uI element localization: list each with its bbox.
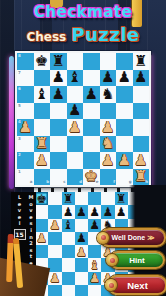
square-g8[interactable] bbox=[116, 53, 133, 70]
square-c4[interactable] bbox=[50, 119, 67, 136]
square-d3[interactable] bbox=[67, 136, 84, 153]
preview-square-5-1[interactable] bbox=[48, 258, 61, 271]
subtitle-word-chess: Chess bbox=[26, 30, 66, 44]
subtitle-word-puzzle: Puzzle bbox=[71, 24, 139, 45]
square-a2[interactable]: 2 bbox=[17, 152, 34, 169]
preview-square-4-4[interactable] bbox=[88, 245, 101, 258]
black-pawn[interactable]: ♟ bbox=[68, 103, 81, 118]
square-b3[interactable]: ♜ bbox=[34, 136, 51, 153]
white-pawn[interactable]: ♟ bbox=[49, 272, 60, 284]
white-pawn[interactable]: ♟ bbox=[101, 120, 114, 135]
black-pawn[interactable]: ♟ bbox=[89, 206, 100, 218]
black-rook[interactable]: ♜ bbox=[134, 54, 147, 69]
file-label: h bbox=[145, 180, 148, 184]
preview-square-0-2[interactable]: ♜ bbox=[62, 192, 75, 205]
square-e6[interactable]: ♟ bbox=[83, 86, 100, 103]
square-b7[interactable] bbox=[34, 70, 51, 87]
preview-square-7-4[interactable] bbox=[88, 285, 101, 296]
square-h3[interactable] bbox=[133, 136, 150, 153]
vertical-letter: s bbox=[30, 220, 33, 227]
white-bishop[interactable]: ♝ bbox=[89, 259, 100, 271]
black-knight[interactable]: ♞ bbox=[101, 87, 114, 102]
square-f8[interactable] bbox=[100, 53, 117, 70]
black-king[interactable]: ♚ bbox=[36, 193, 47, 205]
square-d1[interactable]: d bbox=[67, 169, 84, 186]
black-pawn[interactable]: ♟ bbox=[134, 70, 147, 85]
square-c2[interactable] bbox=[50, 152, 67, 169]
white-pawn[interactable]: ♟ bbox=[118, 153, 131, 168]
preview-square-1-4[interactable]: ♟ bbox=[88, 205, 101, 218]
file-label: e bbox=[96, 180, 99, 184]
square-h7[interactable]: ♟ bbox=[133, 70, 150, 87]
square-d5[interactable]: ♟ bbox=[67, 103, 84, 120]
white-pawn[interactable]: ♟ bbox=[35, 153, 48, 168]
preview-square-6-1[interactable]: ♟ bbox=[48, 272, 61, 285]
square-b2[interactable]: ♟ bbox=[34, 152, 51, 169]
preview-square-2-0[interactable] bbox=[35, 219, 48, 232]
header: Checkmate Chess Puzzle bbox=[0, 3, 166, 45]
main-board-frame: 8♚♜♜7♟♝♟♟♟6♝♟♟♞5♟4♟♟♟3♜♞2♟♟♟♟1abcde♚fgh♜ bbox=[15, 51, 151, 187]
square-h1[interactable]: h♜ bbox=[133, 169, 150, 186]
white-pawn[interactable]: ♟ bbox=[76, 246, 87, 258]
preview-square-0-3[interactable] bbox=[75, 192, 88, 205]
preview-square-2-3[interactable] bbox=[75, 219, 88, 232]
vertical-letter: t bbox=[30, 253, 32, 260]
black-bishop[interactable]: ♝ bbox=[63, 219, 74, 231]
square-a7[interactable]: 7 bbox=[17, 70, 34, 87]
file-label: c bbox=[63, 180, 65, 184]
vertical-letter: v bbox=[29, 207, 32, 214]
square-h4[interactable] bbox=[133, 119, 150, 136]
preview-square-2-1[interactable]: ♟ bbox=[48, 219, 61, 232]
square-a1[interactable]: 1a bbox=[17, 169, 34, 186]
black-pawn[interactable]: ♟ bbox=[85, 87, 98, 102]
square-e5[interactable] bbox=[83, 103, 100, 120]
white-pawn[interactable]: ♟ bbox=[101, 153, 114, 168]
square-g5[interactable] bbox=[116, 103, 133, 120]
preview-square-7-3[interactable] bbox=[75, 285, 88, 296]
square-g4[interactable] bbox=[116, 119, 133, 136]
preview-square-4-2[interactable] bbox=[62, 245, 75, 258]
square-e8[interactable] bbox=[83, 53, 100, 70]
preview-square-0-1[interactable] bbox=[48, 192, 61, 205]
white-pawn[interactable]: ♟ bbox=[49, 219, 60, 231]
square-h8[interactable]: ♜ bbox=[133, 53, 150, 70]
preview-square-3-1[interactable] bbox=[48, 232, 61, 245]
square-g1[interactable]: g bbox=[116, 169, 133, 186]
square-h5[interactable] bbox=[133, 103, 150, 120]
square-d4[interactable]: ♟ bbox=[67, 119, 84, 136]
file-label: d bbox=[79, 180, 82, 184]
preview-square-6-3[interactable] bbox=[75, 272, 88, 285]
preview-square-5-4[interactable]: ♝ bbox=[88, 258, 101, 271]
square-f1[interactable]: f bbox=[100, 169, 117, 186]
neon-strip-left bbox=[9, 56, 14, 189]
app-title: Checkmate bbox=[0, 3, 166, 21]
chevron-right-icon: ≫ bbox=[147, 234, 154, 242]
black-bishop[interactable]: ♝ bbox=[68, 70, 81, 85]
square-c7[interactable]: ♟ bbox=[50, 70, 67, 87]
square-h2[interactable]: ♟ bbox=[133, 152, 150, 169]
white-pawn[interactable]: ♟ bbox=[89, 272, 100, 284]
black-king[interactable]: ♚ bbox=[35, 54, 48, 69]
vertical-letter: l bbox=[19, 220, 21, 227]
black-pawn[interactable]: ♟ bbox=[76, 206, 87, 218]
vertical-letter: L bbox=[18, 194, 21, 201]
black-pawn[interactable]: ♟ bbox=[76, 232, 87, 244]
square-g6[interactable] bbox=[116, 86, 133, 103]
black-pawn[interactable]: ♟ bbox=[116, 206, 127, 218]
square-g3[interactable] bbox=[116, 136, 133, 153]
rank-label: 5 bbox=[18, 104, 21, 108]
black-pawn[interactable]: ♟ bbox=[102, 206, 113, 218]
vertical-letter: n bbox=[29, 234, 33, 241]
square-b6[interactable]: ♝ bbox=[34, 86, 51, 103]
level-label: Level bbox=[18, 194, 21, 227]
square-f4[interactable]: ♟ bbox=[100, 119, 117, 136]
preview-square-0-4[interactable] bbox=[88, 192, 101, 205]
rank-label: 4 bbox=[18, 120, 21, 124]
file-label: b bbox=[46, 180, 49, 184]
preview-square-1-3[interactable]: ♟ bbox=[75, 205, 88, 218]
rank-label: 8 bbox=[18, 54, 21, 58]
white-rook[interactable]: ♜ bbox=[35, 136, 48, 151]
vertical-letter: e bbox=[18, 214, 21, 221]
vertical-letter: o bbox=[29, 201, 32, 208]
preview-square-0-0[interactable]: ♚ bbox=[35, 192, 48, 205]
preview-square-5-3[interactable] bbox=[75, 258, 88, 271]
vertical-letter: v bbox=[18, 207, 21, 214]
square-f7[interactable]: ♟ bbox=[100, 70, 117, 87]
preview-square-3-3[interactable]: ♟ bbox=[75, 232, 88, 245]
rank-label: 2 bbox=[18, 153, 21, 157]
well-done-button-label: Well Done bbox=[111, 234, 145, 241]
square-b4[interactable] bbox=[34, 119, 51, 136]
file-label: a bbox=[30, 180, 33, 184]
white-pawn[interactable]: ♟ bbox=[134, 153, 147, 168]
preview-square-2-4[interactable]: ♟ bbox=[88, 219, 101, 232]
main-chess-board[interactable]: 8♚♜♜7♟♝♟♟♟6♝♟♟♞5♟4♟♟♟3♜♞2♟♟♟♟1abcde♚fgh♜ bbox=[17, 53, 149, 185]
file-label: f bbox=[113, 180, 115, 184]
vertical-letter: s bbox=[30, 247, 33, 254]
preview-square-4-0[interactable] bbox=[35, 245, 48, 258]
square-c5[interactable] bbox=[50, 103, 67, 120]
square-f6[interactable]: ♞ bbox=[100, 86, 117, 103]
black-pawn[interactable]: ♟ bbox=[89, 219, 100, 231]
rank-label: 1 bbox=[18, 170, 21, 174]
square-a3[interactable]: 3 bbox=[17, 136, 34, 153]
preview-square-3-2[interactable] bbox=[62, 232, 75, 245]
rank-label: 6 bbox=[18, 87, 21, 91]
preview-square-3-0[interactable]: ♟ bbox=[35, 232, 48, 245]
vertical-letter: e bbox=[18, 201, 21, 208]
file-label: g bbox=[129, 180, 132, 184]
preview-square-1-2[interactable]: ♟ bbox=[62, 205, 75, 218]
square-b1[interactable]: b bbox=[34, 169, 51, 186]
vertical-letter: i bbox=[30, 227, 32, 234]
square-f3[interactable]: ♞ bbox=[100, 136, 117, 153]
hint-button-label: Hint bbox=[129, 256, 145, 265]
preview-square-5-2[interactable] bbox=[62, 258, 75, 271]
button-medal-icon bbox=[97, 232, 109, 244]
white-pawn[interactable]: ♟ bbox=[36, 232, 47, 244]
black-pawn[interactable]: ♟ bbox=[52, 87, 65, 102]
square-g2[interactable]: ♟ bbox=[116, 152, 133, 169]
button-medal-icon bbox=[106, 254, 118, 266]
black-rook[interactable]: ♜ bbox=[52, 54, 65, 69]
preview-square-6-4[interactable]: ♟ bbox=[88, 272, 101, 285]
preview-square-1-1[interactable] bbox=[48, 205, 61, 218]
square-e3[interactable] bbox=[83, 136, 100, 153]
black-pawn[interactable]: ♟ bbox=[63, 206, 74, 218]
square-a4[interactable]: 4♟ bbox=[17, 119, 34, 136]
preview-square-1-0[interactable] bbox=[35, 205, 48, 218]
preview-square-6-2[interactable] bbox=[62, 272, 75, 285]
next-button-label: Next bbox=[127, 280, 148, 291]
rank-label: 3 bbox=[18, 137, 21, 141]
preview-square-0-6[interactable]: ♜ bbox=[115, 192, 128, 205]
square-d2[interactable] bbox=[67, 152, 84, 169]
vertical-letter: 2 bbox=[29, 240, 32, 247]
square-b5[interactable] bbox=[34, 103, 51, 120]
preview-square-0-5[interactable] bbox=[101, 192, 114, 205]
preview-square-1-6[interactable]: ♟ bbox=[115, 205, 128, 218]
square-g7[interactable]: ♟ bbox=[116, 70, 133, 87]
black-pawn[interactable]: ♟ bbox=[101, 70, 114, 85]
vertical-letter: M bbox=[29, 194, 34, 201]
vertical-letter: e bbox=[29, 214, 32, 221]
square-a8[interactable]: 8 bbox=[17, 53, 34, 70]
hint-button[interactable]: Hint bbox=[109, 251, 165, 269]
preview-square-1-5[interactable]: ♟ bbox=[101, 205, 114, 218]
square-f5[interactable] bbox=[100, 103, 117, 120]
square-c3[interactable] bbox=[50, 136, 67, 153]
square-c8[interactable]: ♜ bbox=[50, 53, 67, 70]
square-d7[interactable]: ♝ bbox=[67, 70, 84, 87]
app-subtitle: Chess Puzzle bbox=[0, 24, 166, 45]
square-a5[interactable]: 5 bbox=[17, 103, 34, 120]
preview-square-2-2[interactable]: ♝ bbox=[62, 219, 75, 232]
black-pawn[interactable]: ♟ bbox=[52, 70, 65, 85]
black-pawn[interactable]: ♟ bbox=[118, 70, 131, 85]
square-c1[interactable]: c bbox=[50, 169, 67, 186]
app-screenshot: Checkmate Chess Puzzle 8♚♜♜7♟♝♟♟♟6♝♟♟♞5♟… bbox=[0, 0, 166, 296]
next-button[interactable]: Next bbox=[108, 275, 166, 295]
square-f2[interactable]: ♟ bbox=[100, 152, 117, 169]
square-d6[interactable] bbox=[67, 86, 84, 103]
square-e1[interactable]: e♚ bbox=[83, 169, 100, 186]
white-knight[interactable]: ♞ bbox=[101, 136, 114, 151]
square-h6[interactable] bbox=[133, 86, 150, 103]
preview-square-7-1[interactable] bbox=[48, 285, 61, 296]
button-medal-icon bbox=[105, 279, 117, 291]
preview-square-7-2[interactable] bbox=[62, 285, 75, 296]
square-e4[interactable] bbox=[83, 119, 100, 136]
square-a6[interactable]: 6 bbox=[17, 86, 34, 103]
white-pawn[interactable]: ♟ bbox=[68, 120, 81, 135]
black-rook[interactable]: ♜ bbox=[63, 193, 74, 205]
square-d8[interactable] bbox=[67, 53, 84, 70]
preview-square-4-3[interactable]: ♟ bbox=[75, 245, 88, 258]
well-done-button[interactable]: Well Done ≫ bbox=[100, 228, 166, 247]
square-c6[interactable]: ♟ bbox=[50, 86, 67, 103]
square-e7[interactable] bbox=[83, 70, 100, 87]
square-b8[interactable]: ♚ bbox=[34, 53, 51, 70]
rank-label: 7 bbox=[18, 71, 21, 75]
preview-square-4-1[interactable] bbox=[48, 245, 61, 258]
black-rook[interactable]: ♜ bbox=[116, 193, 127, 205]
square-e2[interactable] bbox=[83, 152, 100, 169]
black-bishop[interactable]: ♝ bbox=[35, 87, 48, 102]
